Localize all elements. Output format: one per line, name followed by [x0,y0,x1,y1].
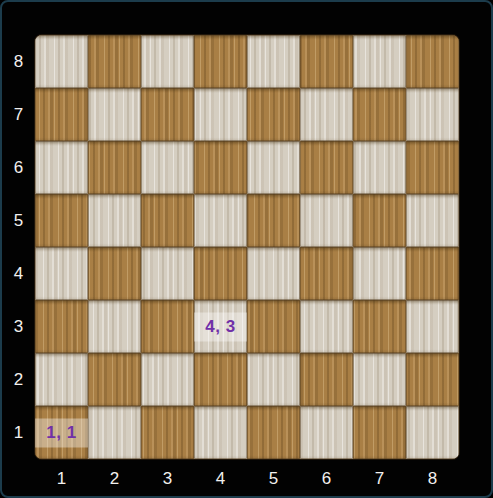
square-annotation: 4, 3 [194,312,247,341]
square-8-4[interactable] [406,247,459,300]
file-label-2: 2 [88,459,141,498]
square-2-1[interactable] [88,406,141,459]
rank-label-6: 6 [2,141,35,194]
square-3-6[interactable] [141,141,194,194]
square-6-2[interactable] [300,353,353,406]
square-6-5[interactable] [300,194,353,247]
file-label-6: 6 [300,459,353,498]
file-label-7: 7 [353,459,406,498]
rank-label-2: 2 [2,353,35,406]
square-5-6[interactable] [247,141,300,194]
square-6-4[interactable] [300,247,353,300]
square-3-2[interactable] [141,353,194,406]
square-1-2[interactable] [35,353,88,406]
file-label-8: 8 [406,459,459,498]
file-labels: 12345678 [35,459,459,498]
square-4-6[interactable] [194,141,247,194]
square-5-2[interactable] [247,353,300,406]
square-4-3[interactable]: 4, 3 [194,300,247,353]
rank-label-4: 4 [2,247,35,300]
square-1-3[interactable] [35,300,88,353]
square-1-8[interactable] [35,35,88,88]
square-7-2[interactable] [353,353,406,406]
square-4-7[interactable] [194,88,247,141]
square-5-4[interactable] [247,247,300,300]
square-7-3[interactable] [353,300,406,353]
square-1-6[interactable] [35,141,88,194]
square-6-1[interactable] [300,406,353,459]
square-2-6[interactable] [88,141,141,194]
square-1-7[interactable] [35,88,88,141]
square-2-7[interactable] [88,88,141,141]
square-5-7[interactable] [247,88,300,141]
square-6-3[interactable] [300,300,353,353]
square-2-4[interactable] [88,247,141,300]
square-8-7[interactable] [406,88,459,141]
square-2-3[interactable] [88,300,141,353]
square-8-1[interactable] [406,406,459,459]
square-annotation-label: 1, 1 [46,423,76,443]
square-7-4[interactable] [353,247,406,300]
square-3-5[interactable] [141,194,194,247]
square-annotation-label: 4, 3 [205,317,235,337]
rank-labels: 87654321 [2,35,35,459]
square-6-8[interactable] [300,35,353,88]
square-5-8[interactable] [247,35,300,88]
square-1-5[interactable] [35,194,88,247]
square-8-2[interactable] [406,353,459,406]
square-7-1[interactable] [353,406,406,459]
square-3-1[interactable] [141,406,194,459]
square-5-5[interactable] [247,194,300,247]
file-label-5: 5 [247,459,300,498]
square-8-6[interactable] [406,141,459,194]
square-3-3[interactable] [141,300,194,353]
square-2-8[interactable] [88,35,141,88]
rank-label-5: 5 [2,194,35,247]
square-4-1[interactable] [194,406,247,459]
rank-label-1: 1 [2,406,35,459]
square-8-8[interactable] [406,35,459,88]
square-7-7[interactable] [353,88,406,141]
file-label-3: 3 [141,459,194,498]
rank-label-8: 8 [2,35,35,88]
square-annotation: 1, 1 [35,418,88,447]
chess-board[interactable]: 4, 31, 1 [35,35,459,459]
file-label-1: 1 [35,459,88,498]
square-4-5[interactable] [194,194,247,247]
rank-label-3: 3 [2,300,35,353]
square-3-7[interactable] [141,88,194,141]
square-5-3[interactable] [247,300,300,353]
app-window: 87654321 4, 31, 1 12345678 [0,0,493,498]
rank-label-7: 7 [2,88,35,141]
square-7-5[interactable] [353,194,406,247]
square-6-6[interactable] [300,141,353,194]
square-2-5[interactable] [88,194,141,247]
square-1-4[interactable] [35,247,88,300]
square-8-5[interactable] [406,194,459,247]
square-8-3[interactable] [406,300,459,353]
square-7-8[interactable] [353,35,406,88]
square-4-8[interactable] [194,35,247,88]
square-6-7[interactable] [300,88,353,141]
square-4-4[interactable] [194,247,247,300]
square-1-1[interactable]: 1, 1 [35,406,88,459]
file-label-4: 4 [194,459,247,498]
square-5-1[interactable] [247,406,300,459]
square-2-2[interactable] [88,353,141,406]
square-3-4[interactable] [141,247,194,300]
square-4-2[interactable] [194,353,247,406]
square-3-8[interactable] [141,35,194,88]
square-7-6[interactable] [353,141,406,194]
